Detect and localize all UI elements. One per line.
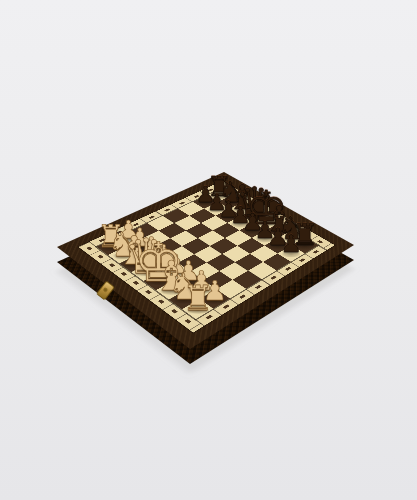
black-pawn-h7[interactable]: ♟	[280, 234, 301, 258]
white-rook-h1[interactable]: ♜	[182, 281, 213, 316]
product-photo: ♜♟♞♟♝♛♟♚♟♝♟♞♟♟♜♟♟♜♟♟♞♟♝♟♛♟♚♟♝♟♞♜	[0, 0, 417, 500]
